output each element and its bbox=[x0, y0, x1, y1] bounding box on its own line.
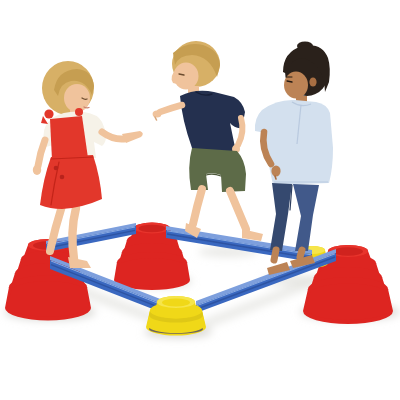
girl-dress-button bbox=[60, 175, 65, 180]
photo-canvas: Three barefoot children balance on a squ… bbox=[0, 0, 400, 400]
girl-skirt bbox=[40, 155, 102, 209]
girl-head bbox=[42, 61, 94, 115]
girl-dress-button bbox=[54, 166, 59, 171]
balance-course-photo: Three barefoot children balance on a squ… bbox=[0, 0, 400, 400]
